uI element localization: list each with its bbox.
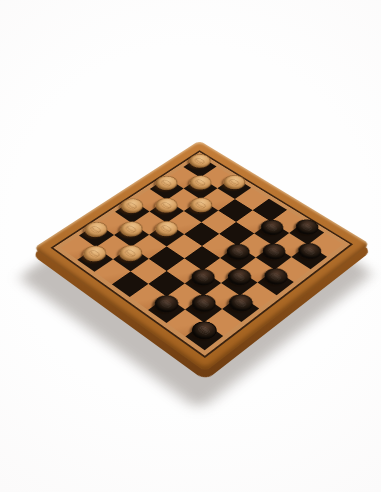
checkers-board: ⛀⛀⛂⛀⛂⛂⛀⛀⛂⛀⛂⛂⛀⛀⛂⛀⛂⛂⛀⛀⛂⛀⛂⛂: [33, 141, 370, 372]
checker-piece-light[interactable]: ⛀: [80, 219, 112, 241]
checker-piece-dark[interactable]: ⛂: [259, 265, 293, 288]
checker-piece-dark[interactable]: ⛂: [257, 240, 290, 263]
product-photo-stage: ⛀⛀⛂⛀⛂⛂⛀⛀⛂⛀⛂⛂⛀⛀⛂⛀⛂⛂⛀⛀⛂⛀⛂⛂: [0, 0, 381, 492]
checker-piece-light[interactable]: ⛀: [185, 151, 216, 171]
board-frame: ⛀⛀⛂⛀⛂⛂⛀⛀⛂⛀⛂⛂⛀⛀⛂⛀⛂⛂⛀⛀⛂⛀⛂⛂: [33, 141, 370, 372]
